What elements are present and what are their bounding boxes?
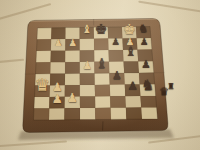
square-f1 [111, 108, 127, 120]
chess-board [0, 0, 200, 150]
square-e6 [94, 50, 109, 62]
square-f4 [109, 73, 124, 85]
square-c8 [66, 27, 80, 39]
square-d7 [80, 39, 95, 51]
square-c1 [65, 108, 81, 120]
square-g7 [123, 38, 138, 50]
square-e1 [95, 108, 111, 120]
square-b4 [50, 74, 65, 86]
square-d5 [80, 62, 95, 74]
square-f2 [110, 96, 126, 108]
square-d6 [80, 50, 95, 62]
square-e4 [95, 73, 110, 85]
square-g6 [123, 50, 138, 62]
square-b6 [51, 51, 66, 63]
square-b5 [50, 62, 65, 74]
square-a8 [37, 28, 52, 40]
square-h4 [139, 73, 155, 85]
square-h6 [138, 50, 153, 62]
square-e2 [95, 96, 111, 108]
square-a6 [36, 51, 51, 63]
square-f3 [110, 85, 126, 97]
square-b3 [50, 85, 65, 97]
square-d2 [80, 96, 95, 108]
square-f6 [109, 50, 124, 62]
square-b1 [49, 108, 65, 120]
square-d3 [80, 85, 95, 97]
square-d8 [80, 27, 94, 39]
square-a7 [37, 39, 52, 51]
square-c4 [65, 74, 80, 86]
square-a5 [36, 62, 51, 74]
square-g1 [126, 108, 142, 120]
square-a2 [34, 97, 50, 109]
square-e7 [94, 39, 109, 51]
square-c6 [65, 51, 80, 63]
square-f8 [108, 27, 123, 39]
square-h3 [140, 84, 156, 96]
square-c7 [65, 39, 80, 51]
square-f5 [109, 62, 124, 74]
square-h2 [141, 96, 157, 108]
square-b7 [51, 39, 66, 51]
square-d1 [80, 108, 96, 120]
square-d4 [80, 73, 95, 85]
square-g4 [124, 73, 140, 85]
square-b2 [49, 97, 65, 109]
square-a4 [35, 74, 50, 86]
square-c5 [65, 62, 80, 74]
square-g5 [124, 61, 139, 73]
square-h8 [136, 27, 151, 39]
chessboard-photo: ♞♚♚♝♟♟♟♟♟♝♟♝♟♟♜♞♟♟♛♛♟♟ [0, 0, 200, 150]
square-g3 [125, 85, 141, 97]
square-h1 [141, 107, 157, 119]
square-a1 [34, 108, 50, 120]
square-g8 [122, 27, 137, 39]
square-c3 [65, 85, 80, 97]
square-h5 [138, 61, 154, 73]
square-c2 [65, 97, 80, 109]
square-e3 [95, 85, 110, 97]
square-g2 [125, 96, 141, 108]
square-h7 [137, 38, 152, 50]
square-e8 [94, 27, 108, 39]
square-e5 [94, 62, 109, 74]
square-a3 [35, 85, 51, 97]
square-f7 [108, 38, 123, 50]
square-b8 [51, 28, 65, 40]
